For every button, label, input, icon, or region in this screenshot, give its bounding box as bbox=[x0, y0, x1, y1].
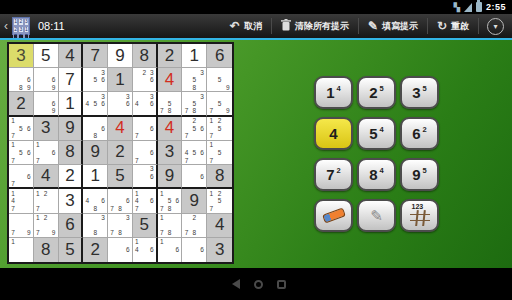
cell-r2c6[interactable]: 236 bbox=[133, 68, 158, 92]
cell-r8c6[interactable]: 5 bbox=[133, 214, 158, 238]
cell-r3c3[interactable]: 1 bbox=[59, 92, 84, 116]
cell-r4c7[interactable]: 4 bbox=[158, 117, 183, 141]
cell-r3c6[interactable]: 346 bbox=[133, 92, 158, 116]
main-area: 3547982166896973561236435859269134563634… bbox=[0, 40, 512, 268]
cell-r4c8[interactable]: 2567 bbox=[182, 117, 207, 141]
cell-r6c5[interactable]: 5 bbox=[108, 165, 133, 189]
cell-r4c3[interactable]: 9 bbox=[59, 117, 84, 141]
cell-r8c9[interactable]: 4 bbox=[207, 214, 232, 238]
cell-r1c5[interactable]: 9 bbox=[108, 44, 133, 68]
cell-r2c8[interactable]: 358 bbox=[182, 68, 207, 92]
cell-r1c1[interactable]: 3 bbox=[9, 44, 34, 68]
up-caret-icon[interactable]: ‹ bbox=[4, 14, 8, 38]
cell-r7c8[interactable]: 9 bbox=[182, 189, 207, 213]
keypad-digit-6[interactable]: 62 bbox=[400, 117, 439, 150]
keypad-digit-1[interactable]: 14 bbox=[314, 76, 353, 109]
cell-r9c7[interactable]: 16 bbox=[158, 238, 183, 262]
cell-r8c5[interactable]: 378 bbox=[108, 214, 133, 238]
status-bar: ▚ 2:55 bbox=[0, 0, 512, 14]
pencil-icon: ✎ bbox=[370, 207, 383, 225]
cell-r2c2[interactable]: 69 bbox=[34, 68, 59, 92]
numbers-grid-icon: 123 bbox=[409, 205, 431, 227]
restart-button[interactable]: ↻ 重啟 bbox=[428, 14, 478, 38]
clock-text: 2:55 bbox=[486, 2, 506, 12]
cell-r3c9[interactable]: 579 bbox=[207, 92, 232, 116]
cell-r5c9[interactable]: 157 bbox=[207, 141, 232, 165]
cell-r2c4[interactable]: 356 bbox=[83, 68, 108, 92]
cell-r3c2[interactable]: 69 bbox=[34, 92, 59, 116]
cell-r7c9[interactable]: 1257 bbox=[207, 189, 232, 213]
cell-r7c4[interactable]: 468 bbox=[83, 189, 108, 213]
cell-r5c3[interactable]: 8 bbox=[59, 141, 84, 165]
cell-r8c3[interactable]: 6 bbox=[59, 214, 84, 238]
cell-r3c5[interactable]: 36 bbox=[108, 92, 133, 116]
keypad: 14253545462728495✎123 bbox=[314, 76, 442, 240]
cell-r4c1[interactable]: 1567 bbox=[9, 117, 34, 141]
restart-icon: ↻ bbox=[437, 20, 447, 32]
recents-icon[interactable] bbox=[277, 280, 286, 289]
cell-r2c5[interactable]: 1 bbox=[108, 68, 133, 92]
cell-r5c4[interactable]: 9 bbox=[83, 141, 108, 165]
undo-button[interactable]: ↶ 取消 bbox=[221, 14, 271, 38]
notification-icon: ▚ bbox=[454, 3, 460, 12]
action-bar: ‹ 123231312 08:11 ↶ 取消 清除所有提示 ✎ 填寫提示 ↻ 重… bbox=[0, 14, 512, 38]
cell-r1c7[interactable]: 2 bbox=[158, 44, 183, 68]
cell-r8c8[interactable]: 278 bbox=[182, 214, 207, 238]
input-mode-button[interactable]: 123 bbox=[400, 199, 439, 232]
cell-r5c2[interactable]: 167 bbox=[34, 141, 59, 165]
separator bbox=[478, 18, 479, 34]
cell-r1c9[interactable]: 6 bbox=[207, 44, 232, 68]
cell-r3c4[interactable]: 3456 bbox=[83, 92, 108, 116]
eraser-icon bbox=[322, 208, 346, 224]
cell-r7c6[interactable]: 1467 bbox=[133, 189, 158, 213]
cell-r7c3[interactable]: 3 bbox=[59, 189, 84, 213]
cell-r1c8[interactable]: 1 bbox=[182, 44, 207, 68]
cell-r6c7[interactable]: 9 bbox=[158, 165, 183, 189]
home-icon[interactable] bbox=[254, 280, 263, 289]
cell-r3c7[interactable]: 578 bbox=[158, 92, 183, 116]
cell-r7c7[interactable]: 15678 bbox=[158, 189, 183, 213]
cell-r2c7[interactable]: 4 bbox=[158, 68, 183, 92]
cell-r1c2[interactable]: 5 bbox=[34, 44, 59, 68]
cell-r4c2[interactable]: 3 bbox=[34, 117, 59, 141]
fill-notes-button[interactable]: ✎ 填寫提示 bbox=[359, 14, 427, 38]
cell-r9c1[interactable]: 1 bbox=[9, 238, 34, 262]
cell-r9c8[interactable]: 6 bbox=[182, 238, 207, 262]
cell-r6c2[interactable]: 4 bbox=[34, 165, 59, 189]
cell-r5c7[interactable]: 3 bbox=[158, 141, 183, 165]
cell-r4c4[interactable]: 68 bbox=[83, 117, 108, 141]
cell-r9c2[interactable]: 8 bbox=[34, 238, 59, 262]
cell-r4c6[interactable]: 67 bbox=[133, 117, 158, 141]
cell-r8c1[interactable]: 79 bbox=[9, 214, 34, 238]
cell-r8c4[interactable]: 38 bbox=[83, 214, 108, 238]
keypad-digit-2[interactable]: 25 bbox=[357, 76, 396, 109]
trash-icon bbox=[281, 19, 291, 33]
undo-icon: ↶ bbox=[230, 20, 240, 32]
game-timer: 08:11 bbox=[38, 20, 65, 32]
sudoku-board[interactable]: 3547982166896973561236435859269134563634… bbox=[7, 42, 234, 264]
pencil-button[interactable]: ✎ bbox=[357, 199, 396, 232]
restart-label: 重啟 bbox=[451, 20, 469, 33]
cell-r5c5[interactable]: 2 bbox=[108, 141, 133, 165]
overflow-menu-button[interactable]: ▾ bbox=[487, 18, 504, 35]
cell-r9c4[interactable]: 2 bbox=[83, 238, 108, 262]
cell-r4c9[interactable]: 1257 bbox=[207, 117, 232, 141]
cell-r8c7[interactable]: 178 bbox=[158, 214, 183, 238]
pencil-icon: ✎ bbox=[368, 20, 378, 32]
cell-r5c1[interactable]: 1567 bbox=[9, 141, 34, 165]
cell-r9c5[interactable]: 6 bbox=[108, 238, 133, 262]
cell-r5c8[interactable]: 4567 bbox=[182, 141, 207, 165]
app-icon[interactable]: 123231312 bbox=[12, 17, 30, 35]
back-icon[interactable] bbox=[232, 279, 240, 289]
battery-icon bbox=[476, 2, 482, 12]
undo-label: 取消 bbox=[244, 20, 262, 33]
cell-r6c6[interactable]: 36 bbox=[133, 165, 158, 189]
keypad-digit-7[interactable]: 72 bbox=[314, 158, 353, 191]
cell-r2c9[interactable]: 59 bbox=[207, 68, 232, 92]
cell-r3c1[interactable]: 2 bbox=[9, 92, 34, 116]
cell-r1c4[interactable]: 7 bbox=[83, 44, 108, 68]
cell-r6c1[interactable]: 67 bbox=[9, 165, 34, 189]
cell-r2c3[interactable]: 7 bbox=[59, 68, 84, 92]
cell-r9c9[interactable]: 3 bbox=[207, 238, 232, 262]
fill-notes-label: 填寫提示 bbox=[382, 20, 418, 33]
cell-r8c2[interactable]: 1279 bbox=[34, 214, 59, 238]
cell-r7c1[interactable]: 147 bbox=[9, 189, 34, 213]
clear-all-notes-label: 清除所有提示 bbox=[295, 20, 349, 33]
signal-icon bbox=[464, 3, 472, 12]
cell-r2c1[interactable]: 689 bbox=[9, 68, 34, 92]
cell-r1c3[interactable]: 4 bbox=[59, 44, 84, 68]
keypad-digit-9[interactable]: 95 bbox=[400, 158, 439, 191]
android-nav-bar bbox=[0, 268, 512, 300]
cell-r3c8[interactable]: 3578 bbox=[182, 92, 207, 116]
keypad-digit-4[interactable]: 4 bbox=[314, 117, 353, 150]
cell-r6c8[interactable]: 6 bbox=[182, 165, 207, 189]
cell-r1c6[interactable]: 8 bbox=[133, 44, 158, 68]
cell-r9c3[interactable]: 5 bbox=[59, 238, 84, 262]
cell-r4c5[interactable]: 4 bbox=[108, 117, 133, 141]
cell-r6c4[interactable]: 1 bbox=[83, 165, 108, 189]
cell-r6c9[interactable]: 8 bbox=[207, 165, 232, 189]
cell-r7c5[interactable]: 678 bbox=[108, 189, 133, 213]
clear-all-notes-button[interactable]: 清除所有提示 bbox=[272, 14, 358, 38]
cell-r6c3[interactable]: 2 bbox=[59, 165, 84, 189]
cell-r5c6[interactable]: 67 bbox=[133, 141, 158, 165]
keypad-digit-5[interactable]: 54 bbox=[357, 117, 396, 150]
keypad-digit-8[interactable]: 84 bbox=[357, 158, 396, 191]
keypad-digit-3[interactable]: 35 bbox=[400, 76, 439, 109]
cell-r7c2[interactable]: 127 bbox=[34, 189, 59, 213]
eraser-button[interactable] bbox=[314, 199, 353, 232]
cell-r9c6[interactable]: 146 bbox=[133, 238, 158, 262]
